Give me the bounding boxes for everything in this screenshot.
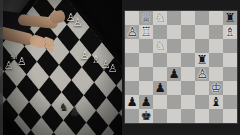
square-a4: [125, 67, 139, 81]
square-f2: [195, 95, 209, 109]
black-piece-d4: ♟: [168, 67, 179, 81]
square-e3: [181, 81, 195, 95]
square-c7: [153, 25, 167, 39]
black-piece-a2: ♟: [126, 95, 137, 109]
square-e7: [181, 25, 195, 39]
square-a7: ♙: [125, 25, 139, 39]
square-b3: [139, 81, 153, 95]
square-h5: [223, 53, 237, 67]
square-g1: [209, 109, 223, 123]
square-a6: [125, 39, 139, 53]
square-h1: [223, 109, 237, 123]
square-h6: [223, 39, 237, 53]
square-b7: ♖: [139, 25, 153, 39]
square-c4: [153, 67, 167, 81]
white-piece-f4: ♙: [196, 67, 207, 81]
square-c1: [153, 109, 167, 123]
chess-board: ♕♘♜♙♖♗♘♜♟♙♟♔♟♟♝♚: [124, 10, 238, 124]
white-piece-c6: ♘: [154, 39, 165, 53]
square-c8: ♘: [153, 11, 167, 25]
square-h2: [223, 95, 237, 109]
square-b8: ♕: [139, 11, 153, 25]
square-d1: [167, 109, 181, 123]
square-f3: [195, 81, 209, 95]
photo-panel: ♗♙♙♘♙♙♙♗♙♙♞♟: [0, 0, 122, 135]
square-f4: ♙: [195, 67, 209, 81]
square-f6: [195, 39, 209, 53]
white-piece-b7: ♖: [140, 25, 151, 39]
diagram-panel: ♕♘♜♙♖♗♘♜♟♙♟♔♟♟♝♚: [122, 0, 240, 135]
square-g4: [209, 67, 223, 81]
square-g2: ♝: [209, 95, 223, 109]
square-h8: ♜: [223, 11, 237, 25]
square-d4: ♟: [167, 67, 181, 81]
black-piece-f5: ♜: [196, 53, 207, 67]
square-a8: [125, 11, 139, 25]
square-e1: [181, 109, 195, 123]
square-h7: ♗: [223, 25, 237, 39]
square-f1: [195, 109, 209, 123]
square-g5: [209, 53, 223, 67]
square-e4: [181, 67, 195, 81]
square-g3: ♔: [209, 81, 223, 95]
square-a1: [125, 109, 139, 123]
square-a2: ♟: [125, 95, 139, 109]
square-b5: [139, 53, 153, 67]
square-h3: [223, 81, 237, 95]
square-e8: [181, 11, 195, 25]
square-b4: [139, 67, 153, 81]
square-e6: [181, 39, 195, 53]
square-g6: [209, 39, 223, 53]
black-piece-g2: ♝: [210, 95, 221, 109]
square-c6: ♘: [153, 39, 167, 53]
square-b6: [139, 39, 153, 53]
square-d2: [167, 95, 181, 109]
square-d6: [167, 39, 181, 53]
square-b2: ♟: [139, 95, 153, 109]
square-c3: ♟: [153, 81, 167, 95]
square-f5: ♜: [195, 53, 209, 67]
square-g7: [209, 25, 223, 39]
square-d8: [167, 11, 181, 25]
square-c2: [153, 95, 167, 109]
square-e5: [181, 53, 195, 67]
square-a3: [125, 81, 139, 95]
photo-vignette: [0, 0, 122, 135]
square-f7: [195, 25, 209, 39]
black-piece-c3: ♟: [154, 81, 165, 95]
square-d3: [167, 81, 181, 95]
square-g8: [209, 11, 223, 25]
black-piece-b2: ♟: [140, 95, 151, 109]
black-piece-b1: ♚: [140, 109, 151, 123]
square-h4: [223, 67, 237, 81]
screenshot-root: ♗♙♙♘♙♙♙♗♙♙♞♟ ♕♘♜♙♖♗♘♜♟♙♟♔♟♟♝♚: [0, 0, 240, 135]
white-piece-g3: ♔: [210, 81, 221, 95]
square-f8: [195, 11, 209, 25]
square-c5: [153, 53, 167, 67]
square-b1: ♚: [139, 109, 153, 123]
square-d7: [167, 25, 181, 39]
white-piece-c8: ♘: [154, 11, 165, 25]
square-a5: [125, 53, 139, 67]
black-piece-h8: ♜: [224, 11, 235, 25]
white-piece-b8: ♕: [140, 11, 151, 25]
white-piece-a7: ♙: [126, 25, 137, 39]
square-e2: [181, 95, 195, 109]
white-piece-h7: ♗: [224, 25, 235, 39]
square-d5: [167, 53, 181, 67]
